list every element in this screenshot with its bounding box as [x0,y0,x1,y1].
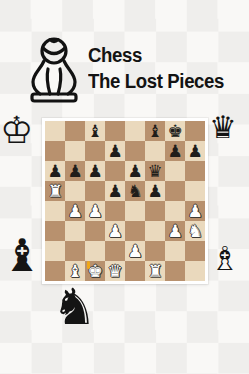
piece-black-pawn[interactable]: ♟ [185,141,205,161]
square-e8[interactable] [125,121,145,141]
piece-black-pawn[interactable]: ♟ [125,161,145,181]
app-screen: Chess The Lost Pieces ♝♝♚♟♟♟♟♟♟♟♛♜♟♞♟♟♟♟… [0,0,249,374]
square-g6[interactable] [165,161,185,181]
black-knight-icon: ♞ [52,282,97,332]
square-d2[interactable] [105,241,125,261]
square-e3[interactable] [125,221,145,241]
square-g7[interactable]: ♟ [165,141,185,161]
piece-black-pawn[interactable]: ♟ [145,181,165,201]
square-g8[interactable]: ♚ [165,121,185,141]
square-c5[interactable] [85,181,105,201]
square-h1[interactable] [185,261,205,281]
piece-black-king[interactable]: ♚ [165,121,185,141]
square-e6[interactable]: ♟ [125,161,145,181]
piece-white-pawn[interactable]: ♟ [185,201,205,221]
piece-black-queen[interactable]: ♛ [145,161,165,181]
piece-black-pawn[interactable]: ♟ [105,141,125,161]
square-d7[interactable]: ♟ [105,141,125,161]
square-b3[interactable] [65,221,85,241]
square-d6[interactable] [105,161,125,181]
square-g4[interactable] [165,201,185,221]
piece-white-pawn[interactable]: ♟ [85,201,105,221]
piece-white-pawn[interactable]: ♟ [65,201,85,221]
square-b8[interactable] [65,121,85,141]
square-b5[interactable] [65,181,85,201]
frog-chess-logo-icon [26,36,82,104]
piece-black-bishop[interactable]: ♝ [145,121,165,141]
square-f5[interactable]: ♟ [145,181,165,201]
square-f7[interactable] [145,141,165,161]
square-b2[interactable] [65,241,85,261]
piece-black-knight[interactable]: ♞ [125,181,145,201]
square-h4[interactable]: ♟ [185,201,205,221]
black-queen-icon: ♛ [209,112,237,143]
square-a7[interactable] [45,141,65,161]
square-c8[interactable]: ♝ [85,121,105,141]
square-e1[interactable] [125,261,145,281]
square-h2[interactable] [185,241,205,261]
square-f3[interactable] [145,221,165,241]
piece-white-rook[interactable]: ♜ [45,181,65,201]
square-e2[interactable]: ♟ [125,241,145,261]
square-g5[interactable] [165,181,185,201]
title-line-1: Chess [88,42,224,68]
square-b4[interactable]: ♟ [65,201,85,221]
square-f2[interactable] [145,241,165,261]
square-d3[interactable]: ♟ [105,221,125,241]
square-c7[interactable] [85,141,105,161]
square-h8[interactable] [185,121,205,141]
piece-white-pawn[interactable]: ♟ [125,241,145,261]
square-e4[interactable] [125,201,145,221]
square-f1[interactable]: ♜ [145,261,165,281]
piece-black-pawn[interactable]: ♟ [105,181,125,201]
title-line-2: The Lost Pieces [88,68,224,94]
piece-white-rook[interactable]: ♜ [145,261,165,281]
square-f4[interactable] [145,201,165,221]
square-c2[interactable] [85,241,105,261]
white-bishop-icon: ♗ [210,242,240,275]
square-e7[interactable] [125,141,145,161]
square-c4[interactable]: ♟ [85,201,105,221]
piece-black-pawn[interactable]: ♟ [165,141,185,161]
piece-black-pawn[interactable]: ♟ [65,161,85,181]
piece-white-queen[interactable]: ♛ [105,261,125,281]
page-title: Chess The Lost Pieces [88,42,224,94]
square-a8[interactable] [45,121,65,141]
square-d8[interactable] [105,121,125,141]
white-king-icon: ♔ [0,112,33,149]
square-a5[interactable]: ♜ [45,181,65,201]
square-a4[interactable] [45,201,65,221]
square-e5[interactable]: ♞ [125,181,145,201]
square-d5[interactable]: ♟ [105,181,125,201]
square-a2[interactable] [45,241,65,261]
piece-black-pawn[interactable]: ♟ [85,161,105,181]
square-h3[interactable]: ♞ [185,221,205,241]
square-h7[interactable]: ♟ [185,141,205,161]
square-g3[interactable]: ♟ [165,221,185,241]
square-f6[interactable]: ♛ [145,161,165,181]
square-a3[interactable] [45,221,65,241]
piece-white-knight[interactable]: ♞ [185,221,205,241]
chess-board[interactable]: ♝♝♚♟♟♟♟♟♟♟♛♜♟♞♟♟♟♟♟♟♞♟♝♚♛♜ [45,121,205,281]
square-b6[interactable]: ♟ [65,161,85,181]
piece-white-pawn[interactable]: ♟ [105,221,125,241]
square-b7[interactable] [65,141,85,161]
piece-black-pawn[interactable]: ♟ [45,161,65,181]
square-d1[interactable]: ♛ [105,261,125,281]
square-g1[interactable] [165,261,185,281]
square-c3[interactable] [85,221,105,241]
alert-tick-marker [87,261,90,269]
square-f8[interactable]: ♝ [145,121,165,141]
square-c6[interactable]: ♟ [85,161,105,181]
square-h6[interactable] [185,161,205,181]
square-a6[interactable]: ♟ [45,161,65,181]
black-bishop-icon: ♝ [2,233,42,278]
piece-white-pawn[interactable]: ♟ [165,221,185,241]
square-d4[interactable] [105,201,125,221]
square-g2[interactable] [165,241,185,261]
square-h5[interactable] [185,181,205,201]
piece-black-bishop[interactable]: ♝ [85,121,105,141]
board-frame: ♝♝♚♟♟♟♟♟♟♟♛♜♟♞♟♟♟♟♟♟♞♟♝♚♛♜ [42,118,208,284]
